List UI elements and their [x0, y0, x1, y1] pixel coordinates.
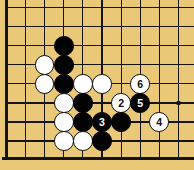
- stone-white-D4[interactable]: [54, 93, 74, 113]
- stone-black-D6[interactable]: [54, 55, 74, 75]
- stone-white-E5[interactable]: [73, 74, 93, 94]
- stone-black-G3[interactable]: [111, 112, 131, 132]
- move-number-label: 4: [156, 117, 162, 128]
- stone-white-G4[interactable]: 2: [111, 93, 131, 113]
- stone-white-C6[interactable]: [35, 55, 55, 75]
- move-number-label: 2: [118, 98, 124, 109]
- stone-white-D2[interactable]: [54, 131, 74, 151]
- stone-white-C5[interactable]: [35, 74, 55, 94]
- stone-black-D7[interactable]: [54, 36, 74, 56]
- stone-white-E2[interactable]: [73, 131, 93, 151]
- stone-black-H4[interactable]: 5: [130, 93, 150, 113]
- stone-white-J3[interactable]: 4: [149, 112, 169, 132]
- stone-white-F5[interactable]: [92, 74, 112, 94]
- go-board[interactable]: 62534: [0, 0, 194, 170]
- stone-black-F2[interactable]: [92, 131, 112, 151]
- stones-layer: 62534: [0, 0, 188, 151]
- stone-black-E4[interactable]: [73, 93, 93, 113]
- stone-black-E3[interactable]: [73, 112, 93, 132]
- stone-white-D3[interactable]: [54, 112, 74, 132]
- move-number-label: 6: [137, 79, 143, 90]
- stone-black-F3[interactable]: 3: [92, 112, 112, 132]
- move-number-label: 3: [99, 117, 105, 128]
- stone-white-H5[interactable]: 6: [130, 74, 150, 94]
- board-bottom-edge: [2, 157, 194, 160]
- move-number-label: 5: [137, 98, 143, 109]
- stone-black-D5[interactable]: [54, 74, 74, 94]
